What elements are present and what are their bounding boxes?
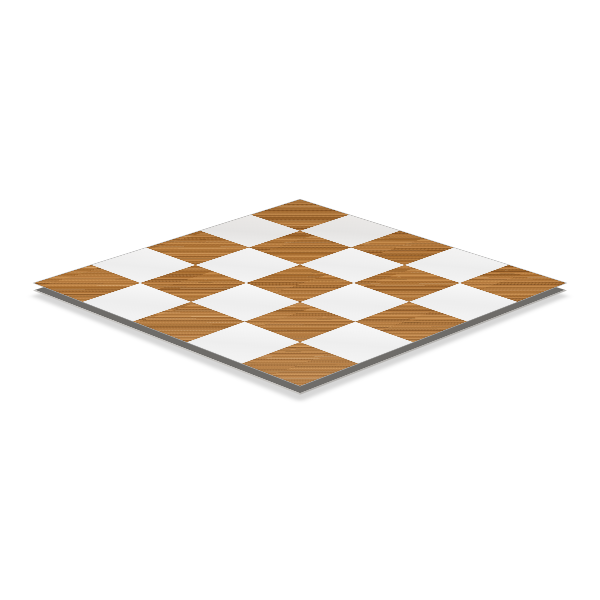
checkerboard-floor — [33, 199, 568, 387]
checkerboard-grid — [33, 199, 568, 387]
product-photo-scene — [0, 0, 600, 600]
